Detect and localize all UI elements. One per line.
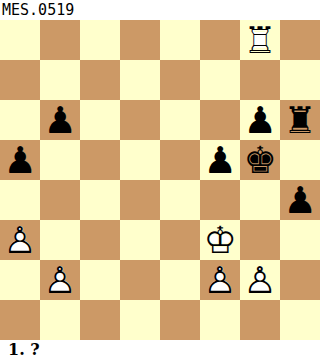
diagram-title: MES.0519	[2, 1, 74, 19]
square-a3[interactable]: ♟♙	[0, 220, 40, 260]
square-a2[interactable]	[0, 260, 40, 300]
square-f1[interactable]	[200, 300, 240, 340]
square-c2[interactable]	[80, 260, 120, 300]
square-e2[interactable]	[160, 260, 200, 300]
square-c8[interactable]	[80, 20, 120, 60]
chess-diagram: MES.0519 ♜♖♟♟♜♟♟♚♟♟♙♚♔♟♙♟♙♟♙ 1. ?	[0, 0, 320, 360]
square-h1[interactable]	[280, 300, 320, 340]
pawn-glyph: ♟	[240, 100, 280, 140]
white-pawn-piece: ♟♙	[200, 260, 240, 300]
square-f5[interactable]: ♟	[200, 140, 240, 180]
pawn-outline-glyph: ♙	[0, 220, 40, 260]
square-h6[interactable]: ♜	[280, 100, 320, 140]
square-f6[interactable]	[200, 100, 240, 140]
square-d8[interactable]	[120, 20, 160, 60]
black-pawn-piece: ♟	[40, 100, 80, 140]
square-a4[interactable]	[0, 180, 40, 220]
square-c1[interactable]	[80, 300, 120, 340]
black-pawn-piece: ♟	[200, 140, 240, 180]
square-g2[interactable]: ♟♙	[240, 260, 280, 300]
white-pawn-piece: ♟♙	[240, 260, 280, 300]
pawn-glyph: ♟	[40, 100, 80, 140]
square-e6[interactable]	[160, 100, 200, 140]
white-pawn-piece: ♟♙	[0, 220, 40, 260]
square-e4[interactable]	[160, 180, 200, 220]
square-a5[interactable]: ♟	[0, 140, 40, 180]
square-c4[interactable]	[80, 180, 120, 220]
king-outline-glyph: ♔	[200, 220, 240, 260]
square-f7[interactable]	[200, 60, 240, 100]
square-g1[interactable]	[240, 300, 280, 340]
square-a8[interactable]	[0, 20, 40, 60]
square-h7[interactable]	[280, 60, 320, 100]
square-c5[interactable]	[80, 140, 120, 180]
chess-board: ♜♖♟♟♜♟♟♚♟♟♙♚♔♟♙♟♙♟♙	[0, 20, 320, 340]
pawn-glyph: ♟	[200, 140, 240, 180]
square-e3[interactable]	[160, 220, 200, 260]
pawn-glyph: ♟	[280, 180, 320, 220]
white-pawn-piece: ♟♙	[40, 260, 80, 300]
white-rook-piece: ♜♖	[240, 20, 280, 60]
square-d6[interactable]	[120, 100, 160, 140]
move-prompt: 1. ?	[8, 341, 40, 359]
square-d5[interactable]	[120, 140, 160, 180]
square-d2[interactable]	[120, 260, 160, 300]
square-h8[interactable]	[280, 20, 320, 60]
square-b4[interactable]	[40, 180, 80, 220]
pawn-outline-glyph: ♙	[240, 260, 280, 300]
rook-glyph: ♜	[280, 100, 320, 140]
square-c3[interactable]	[80, 220, 120, 260]
square-g3[interactable]	[240, 220, 280, 260]
square-c6[interactable]	[80, 100, 120, 140]
square-a1[interactable]	[0, 300, 40, 340]
square-h3[interactable]	[280, 220, 320, 260]
square-b5[interactable]	[40, 140, 80, 180]
square-b3[interactable]	[40, 220, 80, 260]
square-h4[interactable]: ♟	[280, 180, 320, 220]
square-f4[interactable]	[200, 180, 240, 220]
square-f3[interactable]: ♚♔	[200, 220, 240, 260]
square-e8[interactable]	[160, 20, 200, 60]
square-b6[interactable]: ♟	[40, 100, 80, 140]
square-h5[interactable]	[280, 140, 320, 180]
square-g6[interactable]: ♟	[240, 100, 280, 140]
square-e5[interactable]	[160, 140, 200, 180]
square-f8[interactable]	[200, 20, 240, 60]
white-king-piece: ♚♔	[200, 220, 240, 260]
square-h2[interactable]	[280, 260, 320, 300]
square-d1[interactable]	[120, 300, 160, 340]
square-d7[interactable]	[120, 60, 160, 100]
black-pawn-piece: ♟	[0, 140, 40, 180]
square-d3[interactable]	[120, 220, 160, 260]
black-pawn-piece: ♟	[240, 100, 280, 140]
pawn-outline-glyph: ♙	[200, 260, 240, 300]
square-a7[interactable]	[0, 60, 40, 100]
rook-outline-glyph: ♖	[240, 20, 280, 60]
black-rook-piece: ♜	[280, 100, 320, 140]
square-c7[interactable]	[80, 60, 120, 100]
king-glyph: ♚	[240, 140, 280, 180]
square-g5[interactable]: ♚	[240, 140, 280, 180]
square-a6[interactable]	[0, 100, 40, 140]
square-b7[interactable]	[40, 60, 80, 100]
square-b2[interactable]: ♟♙	[40, 260, 80, 300]
square-b8[interactable]	[40, 20, 80, 60]
square-e1[interactable]	[160, 300, 200, 340]
square-g8[interactable]: ♜♖	[240, 20, 280, 60]
black-pawn-piece: ♟	[280, 180, 320, 220]
square-f2[interactable]: ♟♙	[200, 260, 240, 300]
square-b1[interactable]	[40, 300, 80, 340]
black-king-piece: ♚	[240, 140, 280, 180]
square-d4[interactable]	[120, 180, 160, 220]
square-g7[interactable]	[240, 60, 280, 100]
pawn-outline-glyph: ♙	[40, 260, 80, 300]
pawn-glyph: ♟	[0, 140, 40, 180]
square-g4[interactable]	[240, 180, 280, 220]
square-e7[interactable]	[160, 60, 200, 100]
